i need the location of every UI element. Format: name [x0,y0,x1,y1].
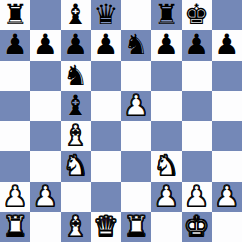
square-d7[interactable]: ♟ [91,30,121,60]
square-g8[interactable]: ♚ [182,0,212,30]
square-g5[interactable] [182,91,212,121]
square-f5[interactable] [151,91,181,121]
square-h1[interactable] [212,212,242,242]
square-a7[interactable]: ♟ [0,30,30,60]
square-b2[interactable]: ♟ [30,182,60,212]
piece-black-pawn[interactable]: ♟ [184,31,209,59]
piece-black-knight[interactable]: ♞ [124,31,149,59]
square-a1[interactable]: ♜ [0,212,30,242]
square-f1[interactable] [151,212,181,242]
square-g3[interactable] [182,151,212,181]
square-d6[interactable] [91,61,121,91]
square-e5[interactable]: ♟ [121,91,151,121]
square-d2[interactable] [91,182,121,212]
square-g6[interactable] [182,61,212,91]
square-h3[interactable] [212,151,242,181]
piece-black-bishop[interactable]: ♝ [63,1,88,29]
square-c5[interactable]: ♝ [61,91,91,121]
piece-black-pawn[interactable]: ♟ [154,31,179,59]
square-b3[interactable] [30,151,60,181]
square-d4[interactable] [91,121,121,151]
square-g2[interactable]: ♟ [182,182,212,212]
piece-white-pawn[interactable]: ♟ [154,183,179,211]
square-f4[interactable] [151,121,181,151]
piece-black-knight[interactable]: ♞ [63,62,88,90]
piece-black-pawn[interactable]: ♟ [3,31,28,59]
piece-black-pawn[interactable]: ♟ [93,31,118,59]
square-c6[interactable]: ♞ [61,61,91,91]
piece-white-knight[interactable]: ♞ [63,152,88,180]
square-h6[interactable] [212,61,242,91]
piece-white-queen[interactable]: ♛ [93,213,118,241]
square-c3[interactable]: ♞ [61,151,91,181]
square-h4[interactable] [212,121,242,151]
square-g7[interactable]: ♟ [182,30,212,60]
piece-black-rook[interactable]: ♜ [154,1,179,29]
square-h5[interactable] [212,91,242,121]
square-f2[interactable]: ♟ [151,182,181,212]
square-b7[interactable]: ♟ [30,30,60,60]
square-f8[interactable]: ♜ [151,0,181,30]
square-e6[interactable] [121,61,151,91]
piece-white-bishop[interactable]: ♝ [63,122,88,150]
square-c4[interactable]: ♝ [61,121,91,151]
square-b1[interactable] [30,212,60,242]
square-d1[interactable]: ♛ [91,212,121,242]
square-b6[interactable] [30,61,60,91]
piece-white-bishop[interactable]: ♝ [63,213,88,241]
square-b5[interactable] [30,91,60,121]
square-f7[interactable]: ♟ [151,30,181,60]
piece-white-pawn[interactable]: ♟ [214,183,239,211]
square-e3[interactable] [121,151,151,181]
piece-black-queen[interactable]: ♛ [93,1,118,29]
square-g4[interactable] [182,121,212,151]
square-e7[interactable]: ♞ [121,30,151,60]
square-e8[interactable] [121,0,151,30]
square-h8[interactable] [212,0,242,30]
square-a4[interactable] [0,121,30,151]
piece-white-pawn[interactable]: ♟ [33,183,58,211]
piece-white-pawn[interactable]: ♟ [124,92,149,120]
square-a2[interactable]: ♟ [0,182,30,212]
piece-white-pawn[interactable]: ♟ [3,183,28,211]
square-a8[interactable]: ♜ [0,0,30,30]
square-c2[interactable] [61,182,91,212]
piece-black-bishop[interactable]: ♝ [63,92,88,120]
square-b8[interactable] [30,0,60,30]
piece-black-pawn[interactable]: ♟ [63,31,88,59]
square-h7[interactable]: ♟ [212,30,242,60]
square-g1[interactable]: ♚ [182,212,212,242]
square-h2[interactable]: ♟ [212,182,242,212]
piece-white-king[interactable]: ♚ [184,213,209,241]
chess-board: ♜♝♛♜♚♟♟♟♟♞♟♟♟♞♝♟♝♞♞♟♟♟♟♟♜♝♛♜♚ [0,0,242,242]
piece-white-rook[interactable]: ♜ [124,213,149,241]
square-e4[interactable] [121,121,151,151]
square-d8[interactable]: ♛ [91,0,121,30]
piece-white-rook[interactable]: ♜ [3,213,28,241]
square-d3[interactable] [91,151,121,181]
square-d5[interactable] [91,91,121,121]
square-f6[interactable] [151,61,181,91]
square-c7[interactable]: ♟ [61,30,91,60]
piece-black-king[interactable]: ♚ [184,1,209,29]
square-a3[interactable] [0,151,30,181]
square-a6[interactable] [0,61,30,91]
square-e1[interactable]: ♜ [121,212,151,242]
piece-black-pawn[interactable]: ♟ [33,31,58,59]
square-a5[interactable] [0,91,30,121]
piece-black-rook[interactable]: ♜ [3,1,28,29]
square-f3[interactable]: ♞ [151,151,181,181]
piece-white-knight[interactable]: ♞ [154,152,179,180]
piece-white-pawn[interactable]: ♟ [184,183,209,211]
square-e2[interactable] [121,182,151,212]
square-c1[interactable]: ♝ [61,212,91,242]
square-b4[interactable] [30,121,60,151]
square-c8[interactable]: ♝ [61,0,91,30]
piece-black-pawn[interactable]: ♟ [214,31,239,59]
